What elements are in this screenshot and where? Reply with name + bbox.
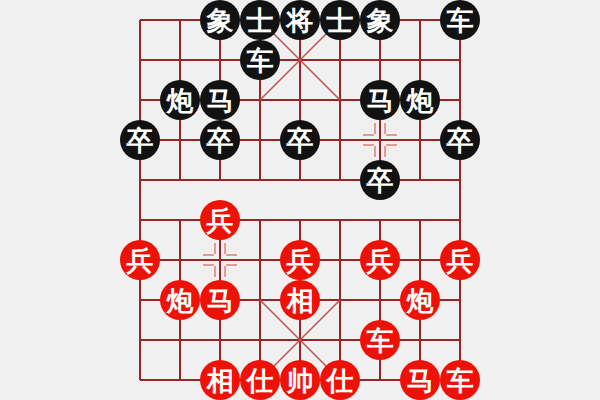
- black-elephant-piece[interactable]: 象: [200, 0, 240, 40]
- black-chariot-piece[interactable]: 车: [440, 0, 480, 40]
- point-1-9[interactable]: [160, 360, 200, 400]
- point-5-4[interactable]: [320, 160, 360, 200]
- xiangqi-app: 象士将士象车车炮马马炮卒卒卒卒卒兵兵兵兵兵炮马相炮车相仕帅仕马车: [0, 0, 600, 400]
- point-0-2[interactable]: [120, 80, 160, 120]
- point-4-9[interactable]: 帅: [280, 360, 320, 400]
- marker-arm: [363, 134, 374, 146]
- point-5-5[interactable]: [320, 200, 360, 240]
- point-6-7[interactable]: [360, 280, 400, 320]
- point-8-7[interactable]: [440, 280, 480, 320]
- point-5-8[interactable]: [320, 320, 360, 360]
- red-elephant-piece[interactable]: 相: [200, 360, 240, 400]
- point-2-0[interactable]: 象: [200, 0, 240, 40]
- point-6-0[interactable]: 象: [360, 0, 400, 40]
- point-0-9[interactable]: [120, 360, 160, 400]
- point-7-8[interactable]: [400, 320, 440, 360]
- point-1-0[interactable]: [160, 0, 200, 40]
- black-soldier-piece[interactable]: 卒: [280, 120, 320, 160]
- marker-arm: [226, 254, 237, 266]
- point-0-8[interactable]: [120, 320, 160, 360]
- black-soldier-piece[interactable]: 卒: [120, 120, 160, 160]
- red-general-piece[interactable]: 帅: [280, 360, 320, 400]
- point-0-7[interactable]: [120, 280, 160, 320]
- point-2-7[interactable]: 马: [200, 280, 240, 320]
- point-6-8[interactable]: 车: [360, 320, 400, 360]
- red-advisor-piece[interactable]: 仕: [240, 360, 280, 400]
- point-3-8[interactable]: [240, 320, 280, 360]
- point-7-7[interactable]: 炮: [400, 280, 440, 320]
- point-4-7[interactable]: 相: [280, 280, 320, 320]
- point-7-5[interactable]: [400, 200, 440, 240]
- point-2-5[interactable]: 兵: [200, 200, 240, 240]
- black-soldier-piece[interactable]: 卒: [200, 120, 240, 160]
- point-1-3[interactable]: [160, 120, 200, 160]
- point-3-5[interactable]: [240, 200, 280, 240]
- red-chariot-piece[interactable]: 车: [360, 320, 400, 360]
- black-soldier-piece[interactable]: 卒: [440, 120, 480, 160]
- point-4-6[interactable]: 兵: [280, 240, 320, 280]
- point-7-6[interactable]: [400, 240, 440, 280]
- marker-arm: [386, 134, 397, 146]
- point-3-4[interactable]: [240, 160, 280, 200]
- point-8-0[interactable]: 车: [440, 0, 480, 40]
- point-8-8[interactable]: [440, 320, 480, 360]
- red-soldier-piece[interactable]: 兵: [440, 240, 480, 280]
- point-0-6[interactable]: 兵: [120, 240, 160, 280]
- point-4-3[interactable]: 卒: [280, 120, 320, 160]
- black-advisor-piece[interactable]: 士: [320, 0, 360, 40]
- red-horse-piece[interactable]: 马: [400, 360, 440, 400]
- point-4-1[interactable]: [280, 40, 320, 80]
- point-8-4[interactable]: [440, 160, 480, 200]
- point-2-2[interactable]: 马: [200, 80, 240, 120]
- last-move-origin-marker: [203, 243, 237, 277]
- point-7-9[interactable]: 马: [400, 360, 440, 400]
- red-cannon-piece[interactable]: 炮: [160, 280, 200, 320]
- point-6-2[interactable]: 马: [360, 80, 400, 120]
- red-soldier-piece[interactable]: 兵: [200, 200, 240, 240]
- point-4-8[interactable]: [280, 320, 320, 360]
- point-6-5[interactable]: [360, 200, 400, 240]
- point-5-0[interactable]: 士: [320, 0, 360, 40]
- point-2-8[interactable]: [200, 320, 240, 360]
- point-0-1[interactable]: [120, 40, 160, 80]
- point-7-4[interactable]: [400, 160, 440, 200]
- point-4-2[interactable]: [280, 80, 320, 120]
- point-1-2[interactable]: 炮: [160, 80, 200, 120]
- red-cannon-piece[interactable]: 炮: [400, 280, 440, 320]
- black-soldier-piece[interactable]: 卒: [360, 160, 400, 200]
- point-3-9[interactable]: 仕: [240, 360, 280, 400]
- black-advisor-piece[interactable]: 士: [240, 0, 280, 40]
- red-soldier-piece[interactable]: 兵: [120, 240, 160, 280]
- point-0-5[interactable]: [120, 200, 160, 240]
- black-chariot-piece[interactable]: 车: [240, 40, 280, 80]
- point-5-1[interactable]: [320, 40, 360, 80]
- xiangqi-board[interactable]: 象士将士象车车炮马马炮卒卒卒卒卒兵兵兵兵兵炮马相炮车相仕帅仕马车: [120, 0, 480, 400]
- point-2-1[interactable]: [200, 40, 240, 80]
- point-4-0[interactable]: 将: [280, 0, 320, 40]
- black-cannon-piece[interactable]: 炮: [400, 80, 440, 120]
- red-advisor-piece[interactable]: 仕: [320, 360, 360, 400]
- point-5-3[interactable]: [320, 120, 360, 160]
- black-elephant-piece[interactable]: 象: [360, 0, 400, 40]
- point-2-3[interactable]: 卒: [200, 120, 240, 160]
- point-3-6[interactable]: [240, 240, 280, 280]
- point-4-4[interactable]: [280, 160, 320, 200]
- red-soldier-piece[interactable]: 兵: [280, 240, 320, 280]
- point-1-5[interactable]: [160, 200, 200, 240]
- last-move-origin-marker: [363, 123, 397, 157]
- point-1-7[interactable]: 炮: [160, 280, 200, 320]
- point-3-1[interactable]: 车: [240, 40, 280, 80]
- marker-arm: [203, 254, 214, 266]
- point-0-4[interactable]: [120, 160, 160, 200]
- point-1-4[interactable]: [160, 160, 200, 200]
- red-elephant-piece[interactable]: 相: [280, 280, 320, 320]
- point-8-1[interactable]: [440, 40, 480, 80]
- point-2-9[interactable]: 相: [200, 360, 240, 400]
- point-8-2[interactable]: [440, 80, 480, 120]
- point-2-4[interactable]: [200, 160, 240, 200]
- point-1-8[interactable]: [160, 320, 200, 360]
- point-7-0[interactable]: [400, 0, 440, 40]
- marker-arm: [374, 146, 386, 157]
- black-horse-piece[interactable]: 马: [200, 80, 240, 120]
- point-3-7[interactable]: [240, 280, 280, 320]
- point-0-3[interactable]: 卒: [120, 120, 160, 160]
- point-2-6[interactable]: [200, 240, 240, 280]
- point-6-9[interactable]: [360, 360, 400, 400]
- point-4-5[interactable]: [280, 200, 320, 240]
- point-0-0[interactable]: [120, 0, 160, 40]
- point-5-6[interactable]: [320, 240, 360, 280]
- point-8-5[interactable]: [440, 200, 480, 240]
- point-7-1[interactable]: [400, 40, 440, 80]
- marker-arm: [214, 243, 226, 254]
- point-1-1[interactable]: [160, 40, 200, 80]
- black-cannon-piece[interactable]: 炮: [160, 80, 200, 120]
- red-chariot-piece[interactable]: 车: [440, 360, 480, 400]
- point-3-0[interactable]: 士: [240, 0, 280, 40]
- point-1-6[interactable]: [160, 240, 200, 280]
- point-7-3[interactable]: [400, 120, 440, 160]
- point-8-3[interactable]: 卒: [440, 120, 480, 160]
- point-6-4[interactable]: 卒: [360, 160, 400, 200]
- black-horse-piece[interactable]: 马: [360, 80, 400, 120]
- point-3-2[interactable]: [240, 80, 280, 120]
- marker-arm: [214, 266, 226, 277]
- point-5-9[interactable]: 仕: [320, 360, 360, 400]
- black-general-piece[interactable]: 将: [280, 0, 320, 40]
- point-5-2[interactable]: [320, 80, 360, 120]
- point-6-1[interactable]: [360, 40, 400, 80]
- marker-arm: [374, 123, 386, 134]
- point-6-3[interactable]: [360, 120, 400, 160]
- point-5-7[interactable]: [320, 280, 360, 320]
- red-soldier-piece[interactable]: 兵: [360, 240, 400, 280]
- point-7-2[interactable]: 炮: [400, 80, 440, 120]
- red-horse-piece[interactable]: 马: [200, 280, 240, 320]
- point-8-9[interactable]: 车: [440, 360, 480, 400]
- point-3-3[interactable]: [240, 120, 280, 160]
- point-6-6[interactable]: 兵: [360, 240, 400, 280]
- point-8-6[interactable]: 兵: [440, 240, 480, 280]
